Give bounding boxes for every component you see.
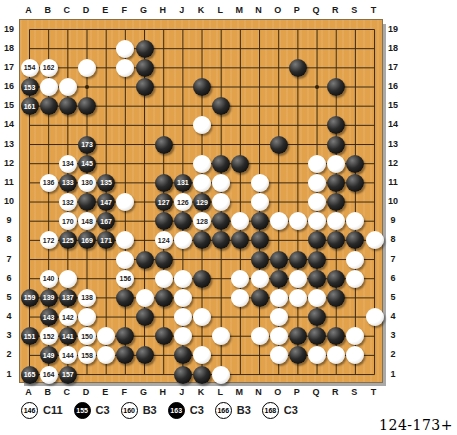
row-label-left-19: 19 bbox=[4, 24, 14, 34]
star-point bbox=[85, 85, 89, 89]
white-stone-T4 bbox=[366, 308, 384, 326]
row-label-right-15: 15 bbox=[388, 100, 398, 110]
row-label-right-19: 19 bbox=[388, 24, 398, 34]
white-stone-C10: 132 bbox=[59, 193, 77, 211]
col-label-bottom-O: O bbox=[274, 387, 281, 397]
row-label-left-18: 18 bbox=[4, 43, 14, 53]
caption-move-163-point: C3 bbox=[190, 404, 204, 416]
black-stone-G2 bbox=[136, 346, 154, 364]
white-stone-O2 bbox=[270, 346, 288, 364]
row-label-left-3: 3 bbox=[6, 330, 11, 340]
caption-move-155: 155 bbox=[74, 402, 91, 419]
col-label-bottom-B: B bbox=[44, 387, 51, 397]
col-label-top-M: M bbox=[236, 5, 244, 15]
white-stone-O3 bbox=[270, 327, 288, 345]
black-stone-O6 bbox=[270, 270, 288, 288]
white-stone-J6 bbox=[174, 270, 192, 288]
black-stone-K16 bbox=[193, 78, 211, 96]
black-stone-G4 bbox=[136, 308, 154, 326]
white-stone-L1 bbox=[212, 366, 230, 384]
white-stone-S6 bbox=[346, 270, 364, 288]
black-stone-D12: 145 bbox=[78, 155, 96, 173]
white-stone-J3 bbox=[174, 327, 192, 345]
white-stone-B11: 136 bbox=[40, 174, 58, 192]
white-stone-G5 bbox=[136, 289, 154, 307]
col-label-bottom-H: H bbox=[159, 387, 166, 397]
white-stone-D4 bbox=[78, 308, 96, 326]
black-stone-A5: 159 bbox=[21, 289, 39, 307]
row-label-right-16: 16 bbox=[388, 81, 398, 91]
row-label-right-18: 18 bbox=[388, 43, 398, 53]
black-stone-C15 bbox=[59, 97, 77, 115]
col-label-top-P: P bbox=[294, 5, 300, 15]
star-point bbox=[315, 85, 319, 89]
move-range-label: 124-173+ bbox=[379, 417, 453, 433]
black-stone-A16: 153 bbox=[21, 78, 39, 96]
white-stone-A17: 154 bbox=[21, 59, 39, 77]
col-label-top-R: R bbox=[332, 5, 339, 15]
caption-move-146: 146 bbox=[21, 402, 38, 419]
black-stone-G18 bbox=[136, 40, 154, 58]
black-stone-K1 bbox=[193, 366, 211, 384]
col-label-top-N: N bbox=[255, 5, 262, 15]
row-label-left-10: 10 bbox=[4, 196, 14, 206]
caption-move-166-point: B3 bbox=[237, 404, 251, 416]
white-stone-C4: 142 bbox=[59, 308, 77, 326]
col-label-bottom-T: T bbox=[371, 387, 377, 397]
col-label-bottom-G: G bbox=[140, 387, 147, 397]
white-stone-J4 bbox=[174, 308, 192, 326]
black-stone-N8 bbox=[251, 231, 269, 249]
col-label-top-T: T bbox=[371, 5, 377, 15]
col-label-top-A: A bbox=[25, 5, 32, 15]
black-stone-D13: 173 bbox=[78, 136, 96, 154]
row-label-right-5: 5 bbox=[390, 292, 395, 302]
black-stone-Q7 bbox=[308, 251, 326, 269]
white-stone-R12 bbox=[327, 155, 345, 173]
caption-move-155-point: C3 bbox=[96, 404, 110, 416]
col-label-bottom-Q: Q bbox=[313, 387, 320, 397]
row-label-right-2: 2 bbox=[390, 349, 395, 359]
white-stone-B1: 164 bbox=[40, 366, 58, 384]
row-label-left-6: 6 bbox=[6, 273, 11, 283]
row-label-left-16: 16 bbox=[4, 81, 14, 91]
black-stone-Q4 bbox=[308, 308, 326, 326]
white-stone-O4 bbox=[270, 308, 288, 326]
row-label-left-14: 14 bbox=[4, 119, 14, 129]
black-stone-G7 bbox=[136, 251, 154, 269]
col-label-top-B: B bbox=[44, 5, 51, 15]
white-stone-C9: 170 bbox=[59, 212, 77, 230]
black-stone-L12 bbox=[212, 155, 230, 173]
col-label-bottom-N: N bbox=[255, 387, 262, 397]
col-label-top-L: L bbox=[217, 5, 223, 15]
black-stone-G16 bbox=[136, 78, 154, 96]
col-label-top-O: O bbox=[274, 5, 281, 15]
black-stone-B2: 149 bbox=[40, 346, 58, 364]
black-stone-H10: 127 bbox=[155, 193, 173, 211]
white-stone-N11 bbox=[251, 174, 269, 192]
white-stone-S7 bbox=[346, 251, 364, 269]
row-label-right-6: 6 bbox=[390, 273, 395, 283]
white-stone-Q10 bbox=[308, 193, 326, 211]
caption-move-163: 163 bbox=[168, 402, 185, 419]
black-stone-A3: 151 bbox=[21, 327, 39, 345]
black-stone-B5: 139 bbox=[40, 289, 58, 307]
row-label-left-11: 11 bbox=[4, 177, 14, 187]
col-label-top-J: J bbox=[179, 5, 184, 15]
black-stone-H9 bbox=[155, 212, 173, 230]
row-label-left-17: 17 bbox=[4, 62, 14, 72]
col-label-bottom-F: F bbox=[122, 387, 128, 397]
black-stone-C1: 157 bbox=[59, 366, 77, 384]
white-stone-P5 bbox=[289, 289, 307, 307]
row-label-left-9: 9 bbox=[6, 215, 11, 225]
white-stone-B17: 162 bbox=[40, 59, 58, 77]
col-label-top-C: C bbox=[64, 5, 71, 15]
row-label-right-1: 1 bbox=[390, 369, 395, 379]
white-stone-P6 bbox=[289, 270, 307, 288]
col-label-bottom-A: A bbox=[25, 387, 32, 397]
col-label-bottom-K: K bbox=[198, 387, 205, 397]
row-label-left-4: 4 bbox=[6, 311, 11, 321]
black-stone-P17 bbox=[289, 59, 307, 77]
black-stone-P7 bbox=[289, 251, 307, 269]
row-label-left-15: 15 bbox=[4, 100, 14, 110]
row-label-left-5: 5 bbox=[6, 292, 11, 302]
row-label-right-12: 12 bbox=[388, 158, 398, 168]
black-stone-S12 bbox=[346, 155, 364, 173]
col-label-bottom-L: L bbox=[217, 387, 223, 397]
white-stone-P9 bbox=[289, 212, 307, 230]
row-label-left-7: 7 bbox=[6, 254, 11, 264]
caption-move-160-point: B3 bbox=[143, 404, 157, 416]
white-stone-O9 bbox=[270, 212, 288, 230]
col-label-top-Q: Q bbox=[313, 5, 320, 15]
white-stone-J10: 126 bbox=[174, 193, 192, 211]
black-stone-C3: 141 bbox=[59, 327, 77, 345]
white-stone-N6 bbox=[251, 270, 269, 288]
col-label-top-D: D bbox=[83, 5, 90, 15]
go-board[interactable]: 1541621531611731341451361331301351311321… bbox=[19, 19, 383, 383]
white-stone-K4 bbox=[193, 308, 211, 326]
black-stone-C5: 137 bbox=[59, 289, 77, 307]
black-stone-B4: 143 bbox=[40, 308, 58, 326]
caption-move-146-point: C11 bbox=[43, 404, 63, 416]
black-stone-P3 bbox=[289, 327, 307, 345]
black-stone-H7 bbox=[155, 251, 173, 269]
white-stone-Q5 bbox=[308, 289, 326, 307]
col-label-bottom-M: M bbox=[236, 387, 244, 397]
row-label-right-17: 17 bbox=[388, 62, 398, 72]
black-stone-H5 bbox=[155, 289, 173, 307]
black-stone-H13 bbox=[155, 136, 173, 154]
row-label-right-11: 11 bbox=[388, 177, 398, 187]
white-stone-B16 bbox=[40, 78, 58, 96]
col-label-bottom-R: R bbox=[332, 387, 339, 397]
black-stone-J9 bbox=[174, 212, 192, 230]
white-stone-B6: 140 bbox=[40, 270, 58, 288]
row-label-left-12: 12 bbox=[4, 158, 14, 168]
row-label-left-13: 13 bbox=[4, 139, 14, 149]
black-stone-E11: 135 bbox=[97, 174, 115, 192]
white-stone-Q11 bbox=[308, 174, 326, 192]
black-stone-M12 bbox=[231, 155, 249, 173]
white-stone-N10 bbox=[251, 193, 269, 211]
black-stone-O13 bbox=[270, 136, 288, 154]
white-stone-C16 bbox=[59, 78, 77, 96]
row-label-right-10: 10 bbox=[388, 196, 398, 206]
white-stone-T8 bbox=[366, 231, 384, 249]
black-stone-G17 bbox=[136, 59, 154, 77]
white-stone-D11: 130 bbox=[78, 174, 96, 192]
white-stone-L11 bbox=[212, 174, 230, 192]
white-stone-K11 bbox=[193, 174, 211, 192]
go-kifu-viewer: 1541621531611731341451361331301351311321… bbox=[0, 0, 457, 435]
black-stone-H11 bbox=[155, 174, 173, 192]
white-stone-B3: 152 bbox=[40, 327, 58, 345]
black-stone-C11: 133 bbox=[59, 174, 77, 192]
black-stone-N7 bbox=[251, 251, 269, 269]
white-stone-C12: 134 bbox=[59, 155, 77, 173]
black-stone-O7 bbox=[270, 251, 288, 269]
ko-moves-caption: 146C11155C3160B3163C3166B3168C3 bbox=[21, 401, 304, 419]
black-stone-B15 bbox=[40, 97, 58, 115]
row-label-right-13: 13 bbox=[388, 139, 398, 149]
white-stone-F18 bbox=[116, 40, 134, 58]
row-label-left-2: 2 bbox=[6, 349, 11, 359]
black-stone-J11: 131 bbox=[174, 174, 192, 192]
caption-move-168-point: C3 bbox=[284, 404, 298, 416]
white-stone-M6 bbox=[231, 270, 249, 288]
white-stone-Q12 bbox=[308, 155, 326, 173]
col-label-top-G: G bbox=[140, 5, 147, 15]
black-stone-A1: 165 bbox=[21, 366, 39, 384]
white-stone-D17 bbox=[78, 59, 96, 77]
white-stone-B8: 172 bbox=[40, 231, 58, 249]
col-label-bottom-D: D bbox=[83, 387, 90, 397]
row-label-right-7: 7 bbox=[390, 254, 395, 264]
col-label-top-F: F bbox=[122, 5, 128, 15]
white-stone-K12 bbox=[193, 155, 211, 173]
black-stone-R6 bbox=[327, 270, 345, 288]
black-stone-N9 bbox=[251, 212, 269, 230]
col-label-bottom-E: E bbox=[102, 387, 108, 397]
black-stone-R13 bbox=[327, 136, 345, 154]
white-stone-F6: 156 bbox=[116, 270, 134, 288]
white-stone-F7 bbox=[116, 251, 134, 269]
white-stone-C6 bbox=[59, 270, 77, 288]
col-label-bottom-J: J bbox=[179, 387, 184, 397]
black-stone-K6 bbox=[193, 270, 211, 288]
caption-move-166: 166 bbox=[215, 402, 232, 419]
white-stone-H8: 124 bbox=[155, 231, 173, 249]
row-label-right-9: 9 bbox=[390, 215, 395, 225]
col-label-bottom-C: C bbox=[64, 387, 71, 397]
row-label-right-14: 14 bbox=[388, 119, 398, 129]
black-stone-N5 bbox=[251, 289, 269, 307]
black-stone-R11 bbox=[327, 174, 345, 192]
col-label-bottom-P: P bbox=[294, 387, 300, 397]
row-label-right-4: 4 bbox=[390, 311, 395, 321]
row-label-left-8: 8 bbox=[6, 234, 11, 244]
white-stone-N3 bbox=[251, 327, 269, 345]
black-stone-Q6 bbox=[308, 270, 326, 288]
black-stone-R5 bbox=[327, 289, 345, 307]
white-stone-D5: 138 bbox=[78, 289, 96, 307]
black-stone-K10: 129 bbox=[193, 193, 211, 211]
col-label-top-H: H bbox=[159, 5, 166, 15]
white-stone-J5 bbox=[174, 289, 192, 307]
white-stone-O5 bbox=[270, 289, 288, 307]
row-label-right-3: 3 bbox=[390, 330, 395, 340]
col-label-top-S: S bbox=[351, 5, 357, 15]
col-label-top-K: K bbox=[198, 5, 205, 15]
black-stone-A15: 161 bbox=[21, 97, 39, 115]
row-label-left-1: 1 bbox=[6, 369, 11, 379]
col-label-top-E: E bbox=[102, 5, 108, 15]
caption-move-160: 160 bbox=[121, 402, 138, 419]
row-label-right-8: 8 bbox=[390, 234, 395, 244]
black-stone-J1 bbox=[174, 366, 192, 384]
white-stone-H6 bbox=[155, 270, 173, 288]
black-stone-D10 bbox=[78, 193, 96, 211]
col-label-bottom-S: S bbox=[351, 387, 357, 397]
black-stone-H3 bbox=[155, 327, 173, 345]
caption-move-168: 168 bbox=[262, 402, 279, 419]
